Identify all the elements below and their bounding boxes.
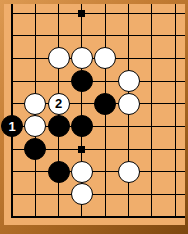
- black-stone: [24, 138, 46, 160]
- white-stone-move-2: 2: [48, 93, 70, 115]
- white-stone: [24, 115, 46, 137]
- white-stone: [48, 47, 70, 69]
- white-stone: [71, 183, 93, 205]
- grid-line-horizontal: [11, 194, 185, 195]
- grid-line-horizontal: [11, 171, 185, 172]
- black-stone: [94, 93, 116, 115]
- black-stone: [48, 161, 70, 183]
- black-stone: [48, 115, 70, 137]
- black-stone: [71, 70, 93, 92]
- board-bottom-edge-line: [11, 216, 185, 218]
- grid-line-horizontal: [11, 35, 185, 36]
- move-number-label: 1: [8, 120, 15, 133]
- white-stone: [118, 70, 140, 92]
- white-stone: [118, 93, 140, 115]
- move-number-label: 2: [55, 97, 62, 110]
- white-stone: [118, 161, 140, 183]
- hoshi-point: [78, 146, 85, 153]
- go-board-diagram: 21: [0, 0, 188, 234]
- white-stone: [94, 47, 116, 69]
- white-stone: [71, 161, 93, 183]
- black-stone-move-1: 1: [1, 115, 23, 137]
- board-face: 21: [4, 4, 185, 225]
- white-stone: [24, 93, 46, 115]
- grid-line-horizontal: [11, 81, 185, 82]
- black-stone: [71, 115, 93, 137]
- grid-line-horizontal: [11, 13, 185, 14]
- hoshi-point: [78, 10, 85, 17]
- white-stone: [71, 47, 93, 69]
